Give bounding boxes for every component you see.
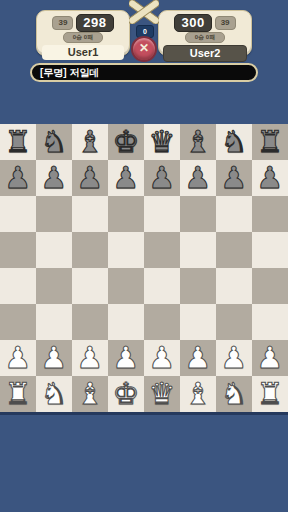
black-pawn[interactable]: ♟ <box>180 160 216 196</box>
square-g3[interactable] <box>216 304 252 340</box>
white-pawn[interactable]: ♟ <box>36 340 72 376</box>
square-g4[interactable] <box>216 268 252 304</box>
player1-record: 0승 0패 <box>63 32 103 43</box>
chess-board: ♜♞♝♚♛♝♞♜♟♟♟♟♟♟♟♟♟♟♟♟♟♟♟♟♜♞♝♚♛♝♞♜ <box>0 124 288 412</box>
square-d1[interactable]: ♚ <box>108 376 144 412</box>
white-pawn[interactable]: ♟ <box>216 340 252 376</box>
black-rook[interactable]: ♜ <box>252 124 288 160</box>
square-d3[interactable] <box>108 304 144 340</box>
black-rook[interactable]: ♜ <box>0 124 36 160</box>
square-a5[interactable] <box>0 232 36 268</box>
square-h5[interactable] <box>252 232 288 268</box>
square-d4[interactable] <box>108 268 144 304</box>
square-c1[interactable]: ♝ <box>72 376 108 412</box>
square-g7[interactable]: ♟ <box>216 160 252 196</box>
black-pawn[interactable]: ♟ <box>108 160 144 196</box>
square-h3[interactable] <box>252 304 288 340</box>
player1-panel: 39 298 0승 0패 User1 <box>36 10 130 56</box>
square-c8[interactable]: ♝ <box>72 124 108 160</box>
square-a3[interactable] <box>0 304 36 340</box>
black-queen[interactable]: ♛ <box>144 124 180 160</box>
black-pawn[interactable]: ♟ <box>36 160 72 196</box>
square-b3[interactable] <box>36 304 72 340</box>
black-pawn[interactable]: ♟ <box>216 160 252 196</box>
square-e1[interactable]: ♛ <box>144 376 180 412</box>
black-bishop[interactable]: ♝ <box>72 124 108 160</box>
black-bishop[interactable]: ♝ <box>180 124 216 160</box>
square-f1[interactable]: ♝ <box>180 376 216 412</box>
square-d8[interactable]: ♚ <box>108 124 144 160</box>
black-pawn[interactable]: ♟ <box>0 160 36 196</box>
square-f6[interactable] <box>180 196 216 232</box>
black-knight[interactable]: ♞ <box>36 124 72 160</box>
square-f5[interactable] <box>180 232 216 268</box>
square-e3[interactable] <box>144 304 180 340</box>
square-g1[interactable]: ♞ <box>216 376 252 412</box>
square-b7[interactable]: ♟ <box>36 160 72 196</box>
square-g5[interactable] <box>216 232 252 268</box>
white-rook[interactable]: ♜ <box>0 376 36 412</box>
player2-badges: 300 39 <box>174 14 235 31</box>
player2-record: 0승 0패 <box>185 32 225 43</box>
square-c7[interactable]: ♟ <box>72 160 108 196</box>
player1-name: User1 <box>42 45 124 60</box>
white-pawn[interactable]: ♟ <box>144 340 180 376</box>
white-queen[interactable]: ♛ <box>144 376 180 412</box>
white-pawn[interactable]: ♟ <box>252 340 288 376</box>
black-king[interactable]: ♚ <box>108 124 144 160</box>
square-h1[interactable]: ♜ <box>252 376 288 412</box>
square-e5[interactable] <box>144 232 180 268</box>
square-h4[interactable] <box>252 268 288 304</box>
square-h6[interactable] <box>252 196 288 232</box>
square-e2[interactable]: ♟ <box>144 340 180 376</box>
square-f3[interactable] <box>180 304 216 340</box>
white-king[interactable]: ♚ <box>108 376 144 412</box>
square-f4[interactable] <box>180 268 216 304</box>
square-b8[interactable]: ♞ <box>36 124 72 160</box>
square-f8[interactable]: ♝ <box>180 124 216 160</box>
black-pawn[interactable]: ♟ <box>72 160 108 196</box>
square-c2[interactable]: ♟ <box>72 340 108 376</box>
white-pawn[interactable]: ♟ <box>0 340 36 376</box>
square-a1[interactable]: ♜ <box>0 376 36 412</box>
square-c4[interactable] <box>72 268 108 304</box>
player1-badges: 39 298 <box>52 14 113 31</box>
square-e7[interactable]: ♟ <box>144 160 180 196</box>
square-c3[interactable] <box>72 304 108 340</box>
square-b2[interactable]: ♟ <box>36 340 72 376</box>
player2-panel: 300 39 0승 0패 User2 <box>158 10 252 56</box>
white-bishop[interactable]: ♝ <box>180 376 216 412</box>
square-f2[interactable]: ♟ <box>180 340 216 376</box>
chat-message-bar[interactable]: [무명] 저일데 <box>30 63 258 82</box>
player2-level-badge: 39 <box>215 16 236 30</box>
player2-name: User2 <box>163 45 247 62</box>
square-g6[interactable] <box>216 196 252 232</box>
square-e6[interactable] <box>144 196 180 232</box>
square-h7[interactable]: ♟ <box>252 160 288 196</box>
square-b6[interactable] <box>36 196 72 232</box>
square-e4[interactable] <box>144 268 180 304</box>
square-g8[interactable]: ♞ <box>216 124 252 160</box>
white-pawn[interactable]: ♟ <box>108 340 144 376</box>
square-d5[interactable] <box>108 232 144 268</box>
white-rook[interactable]: ♜ <box>252 376 288 412</box>
player2-timer: 300 <box>174 14 211 32</box>
white-pawn[interactable]: ♟ <box>180 340 216 376</box>
versus-x-icon <box>129 0 159 24</box>
white-knight[interactable]: ♞ <box>216 376 252 412</box>
square-c5[interactable] <box>72 232 108 268</box>
square-e8[interactable]: ♛ <box>144 124 180 160</box>
black-knight[interactable]: ♞ <box>216 124 252 160</box>
square-f7[interactable]: ♟ <box>180 160 216 196</box>
white-bishop[interactable]: ♝ <box>72 376 108 412</box>
player1-timer: 298 <box>76 14 113 32</box>
square-d6[interactable] <box>108 196 144 232</box>
square-a2[interactable]: ♟ <box>0 340 36 376</box>
square-b1[interactable]: ♞ <box>36 376 72 412</box>
square-b5[interactable] <box>36 232 72 268</box>
white-knight[interactable]: ♞ <box>36 376 72 412</box>
square-c6[interactable] <box>72 196 108 232</box>
square-h2[interactable]: ♟ <box>252 340 288 376</box>
square-h8[interactable]: ♜ <box>252 124 288 160</box>
cancel-button[interactable]: ✕ <box>131 36 157 62</box>
square-b4[interactable] <box>36 268 72 304</box>
square-d7[interactable]: ♟ <box>108 160 144 196</box>
square-d2[interactable]: ♟ <box>108 340 144 376</box>
square-a7[interactable]: ♟ <box>0 160 36 196</box>
black-pawn[interactable]: ♟ <box>252 160 288 196</box>
square-g2[interactable]: ♟ <box>216 340 252 376</box>
square-a4[interactable] <box>0 268 36 304</box>
square-a8[interactable]: ♜ <box>0 124 36 160</box>
game-screen: 39 298 0승 0패 User1 300 39 0승 0패 User2 0 … <box>0 0 288 512</box>
white-pawn[interactable]: ♟ <box>72 340 108 376</box>
player1-level-badge: 39 <box>52 16 73 30</box>
black-pawn[interactable]: ♟ <box>144 160 180 196</box>
square-a6[interactable] <box>0 196 36 232</box>
